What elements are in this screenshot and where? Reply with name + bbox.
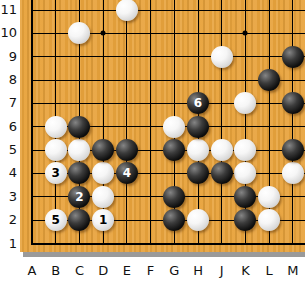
row-label-3: 3 xyxy=(0,189,17,205)
white-stone-J5[interactable] xyxy=(211,139,233,161)
white-stone-D2-move-1[interactable]: 1 xyxy=(92,209,114,231)
col-label-L: L xyxy=(260,263,278,279)
white-stone-B5[interactable] xyxy=(45,139,67,161)
white-stone-D4[interactable] xyxy=(92,162,114,184)
row-label-2: 2 xyxy=(0,212,17,228)
black-stone-H7-move-6[interactable]: 6 xyxy=(187,92,209,114)
white-stone-E11[interactable] xyxy=(116,0,138,21)
col-label-B: B xyxy=(47,263,65,279)
black-stone-G2[interactable] xyxy=(163,209,185,231)
white-stone-C10[interactable] xyxy=(68,22,90,44)
row-label-8: 8 xyxy=(0,72,17,88)
black-stone-H6[interactable] xyxy=(187,116,209,138)
black-stone-K2[interactable] xyxy=(234,209,256,231)
col-label-M: M xyxy=(284,263,302,279)
black-stone-C6[interactable] xyxy=(68,116,90,138)
white-stone-B4-move-3[interactable]: 3 xyxy=(45,162,67,184)
row-label-11: 11 xyxy=(0,2,17,18)
row-label-6: 6 xyxy=(0,119,17,135)
white-stone-G6[interactable] xyxy=(163,116,185,138)
col-label-A: A xyxy=(23,263,41,279)
black-stone-E4-move-4[interactable]: 4 xyxy=(116,162,138,184)
white-stone-L3[interactable] xyxy=(258,186,280,208)
black-stone-C4[interactable] xyxy=(68,162,90,184)
black-stone-H4[interactable] xyxy=(187,162,209,184)
col-label-F: F xyxy=(142,263,160,279)
white-stone-B6[interactable] xyxy=(45,116,67,138)
white-stone-K5[interactable] xyxy=(234,139,256,161)
row-label-10: 10 xyxy=(0,25,17,41)
board-grid[interactable]: 351642 xyxy=(20,0,305,255)
white-stone-J9[interactable] xyxy=(211,46,233,68)
black-stone-M9[interactable] xyxy=(282,46,304,68)
col-label-H: H xyxy=(189,263,207,279)
white-stone-L2[interactable] xyxy=(258,209,280,231)
col-label-K: K xyxy=(236,263,254,279)
col-label-D: D xyxy=(94,263,112,279)
black-stone-K3[interactable] xyxy=(234,186,256,208)
white-stone-H2[interactable] xyxy=(187,209,209,231)
black-stone-L8[interactable] xyxy=(258,69,280,91)
white-stone-H5[interactable] xyxy=(187,139,209,161)
col-label-E: E xyxy=(118,263,136,279)
black-stone-C2[interactable] xyxy=(68,209,90,231)
black-stone-J4[interactable] xyxy=(211,162,233,184)
white-stone-M4[interactable] xyxy=(282,162,304,184)
white-stone-K4[interactable] xyxy=(234,162,256,184)
col-label-G: G xyxy=(165,263,183,279)
row-label-7: 7 xyxy=(0,95,17,111)
row-label-4: 4 xyxy=(0,165,17,181)
white-stone-C5[interactable] xyxy=(68,139,90,161)
col-label-C: C xyxy=(70,263,88,279)
white-stone-D3[interactable] xyxy=(92,186,114,208)
go-diagram: 351642 1110987654321ABCDEFGHJKLM xyxy=(0,0,305,284)
black-stone-M7[interactable] xyxy=(282,92,304,114)
black-stone-D5[interactable] xyxy=(92,139,114,161)
row-label-9: 9 xyxy=(0,49,17,65)
black-stone-G3[interactable] xyxy=(163,186,185,208)
black-stone-G5[interactable] xyxy=(163,139,185,161)
row-label-5: 5 xyxy=(0,142,17,158)
row-label-1: 1 xyxy=(0,236,17,252)
black-stone-M5[interactable] xyxy=(282,139,304,161)
black-stone-C3-move-2[interactable]: 2 xyxy=(68,186,90,208)
white-stone-B2-move-5[interactable]: 5 xyxy=(45,209,67,231)
col-label-J: J xyxy=(213,263,231,279)
white-stone-K7[interactable] xyxy=(234,92,256,114)
black-stone-E5[interactable] xyxy=(116,139,138,161)
